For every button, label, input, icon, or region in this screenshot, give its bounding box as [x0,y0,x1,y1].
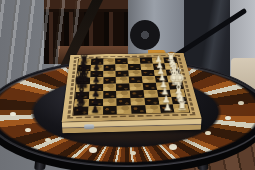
board-square [103,98,117,106]
board-square [145,105,160,113]
board-square [117,106,132,114]
chessboard: ♜♟♟♜♞♟♟♞♝♟♟♝♛♟♟♛♚♟♟♚♝♟♟♝♞♟♟♞♜♟♟♜ [72,57,190,116]
board-square [128,70,141,77]
photo-scene: ♜♟♟♜♞♟♟♞♝♟♟♝♛♟♟♛♚♟♟♚♝♟♟♝♞♟♟♞♜♟♟♜ [0,0,255,170]
chess-piece-P: ♟ [163,102,172,112]
board-square [142,83,156,90]
board-square [103,77,116,84]
board-square [144,97,159,105]
board-square [130,97,145,105]
board-square [143,90,158,98]
board-square: ♜ [173,104,189,112]
board-square [115,58,128,64]
board-square: ♟ [88,106,103,115]
board-square [115,64,128,70]
board-square [116,90,130,98]
board-square [117,98,131,106]
board-square [103,84,117,91]
chess-piece-r: ♜ [75,102,86,115]
board-square [128,64,141,70]
board-square [116,83,130,90]
board-square [140,64,153,70]
board-square [131,105,146,113]
board-square: ♜ [73,107,88,116]
chessboard-scene: ♜♟♟♜♞♟♟♞♝♟♟♝♛♟♟♛♚♟♟♚♝♟♟♝♞♟♟♞♜♟♟♜ [54,26,210,120]
board-square [103,106,118,115]
chess-piece-R: ♜ [176,99,187,112]
chess-piece-p: ♟ [91,104,100,114]
board-square [116,70,129,77]
board-square [127,58,140,64]
board-square [116,77,129,84]
chessboard-box: ♜♟♟♜♞♟♟♞♝♟♟♝♛♟♟♛♚♟♟♚♝♟♟♝♞♟♟♞♜♟♟♜ [62,53,202,122]
board-square [141,70,155,77]
board-square [103,58,115,64]
board-square [130,90,144,98]
box-latch [84,124,94,129]
board-square [129,76,143,83]
board-square [103,64,116,70]
board-square [139,58,152,64]
board-square [129,83,143,90]
board-square [103,70,116,77]
board-square [142,76,156,83]
